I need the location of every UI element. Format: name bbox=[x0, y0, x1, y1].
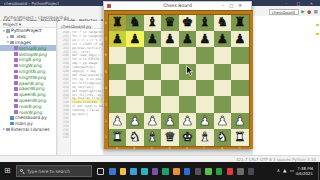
search-input[interactable]: Type here to search bbox=[16, 165, 92, 177]
whatsapp-icon[interactable] bbox=[205, 168, 212, 175]
file-label-f: f bbox=[204, 146, 205, 150]
square-g3[interactable] bbox=[214, 96, 232, 112]
square-f8[interactable]: ♝ bbox=[196, 15, 214, 31]
powerpoint-icon[interactable] bbox=[173, 168, 180, 175]
square-g8[interactable]: ♞ bbox=[214, 15, 232, 31]
square-a3[interactable] bbox=[109, 96, 127, 112]
piece-black-b-f8[interactable]: ♝ bbox=[199, 16, 210, 29]
square-c4[interactable] bbox=[144, 80, 162, 96]
square-h8[interactable]: ♜ bbox=[231, 15, 249, 31]
piece-black-p-h7[interactable]: ♟ bbox=[234, 33, 245, 46]
piece-black-p-b7[interactable]: ♟ bbox=[129, 33, 140, 46]
settings-icon[interactable] bbox=[195, 168, 202, 175]
square-d3[interactable] bbox=[161, 96, 179, 112]
run-area: chessboard ▶ ⬤ ▦ bbox=[269, 8, 318, 16]
square-d6[interactable] bbox=[161, 47, 179, 63]
piece-white-r-h1[interactable]: ♜ bbox=[234, 131, 245, 144]
tree-item-label: kingB.png bbox=[19, 57, 41, 62]
square-e3[interactable] bbox=[179, 96, 197, 112]
piece-white-p-g2[interactable]: ♟ bbox=[217, 115, 228, 128]
taskbar: ⊞ Type here to search ∧▲▭ 7:38 PM 4/6/20… bbox=[0, 162, 320, 180]
run-config-select[interactable]: chessboard bbox=[269, 9, 299, 15]
square-e8[interactable]: ♚ bbox=[179, 15, 197, 31]
piece-white-p-a2[interactable]: ♟ bbox=[112, 115, 123, 128]
run-button[interactable]: ▶ bbox=[301, 9, 304, 15]
square-a2[interactable]: ♟ bbox=[109, 113, 127, 129]
square-g2[interactable]: ♟ bbox=[214, 113, 232, 129]
rank-label-7: 7 bbox=[105, 37, 107, 41]
square-f1[interactable]: ♝ bbox=[196, 129, 214, 145]
square-b5[interactable] bbox=[126, 64, 144, 80]
image-icon bbox=[14, 93, 18, 97]
square-e2[interactable]: ♟ bbox=[179, 113, 197, 129]
square-a8[interactable]: ♜ bbox=[109, 15, 127, 31]
tree-item-label: PythonProject bbox=[11, 28, 41, 33]
rank-label-6: 6 bbox=[105, 53, 107, 57]
tray-icon-2[interactable]: ▭ bbox=[290, 167, 294, 175]
tree-item-label: bishopW.png bbox=[19, 52, 47, 57]
ide-status-bar: 421:7 CRLF UTF-8 4 spaces Python 3.10 bbox=[0, 155, 320, 162]
square-h5[interactable] bbox=[231, 64, 249, 80]
debug-button[interactable]: ⬤ bbox=[307, 9, 311, 15]
square-a5[interactable] bbox=[109, 64, 127, 80]
chess-window-controls[interactable]: –□✕ bbox=[222, 3, 247, 8]
square-d4[interactable] bbox=[161, 80, 179, 96]
editor-pane-right[interactable] bbox=[253, 16, 320, 155]
square-h1[interactable]: ♜ bbox=[231, 129, 249, 145]
rank-label-5: 5 bbox=[105, 70, 107, 74]
tree-item-external-libraries[interactable]: ▸External Libraries bbox=[0, 127, 56, 133]
piece-white-p-f2[interactable]: ♟ bbox=[199, 115, 210, 128]
square-e1[interactable]: ♚ bbox=[179, 129, 197, 145]
breadcrumb[interactable]: PythonProject › chessboard.py bbox=[4, 15, 69, 20]
tree-item-label: main.py bbox=[15, 121, 33, 126]
terminal-icon[interactable] bbox=[237, 168, 244, 175]
image-icon bbox=[14, 87, 18, 91]
taskbar-clock[interactable]: 7:38 PM 4/6/2021 bbox=[296, 166, 313, 176]
rank-label-8: 8 bbox=[105, 21, 107, 25]
piece-black-p-e7[interactable]: ♟ bbox=[182, 33, 193, 46]
square-a1[interactable]: ♜ bbox=[109, 129, 127, 145]
ide-window-controls[interactable]: – □ ✕ bbox=[285, 1, 317, 6]
square-c6[interactable] bbox=[144, 47, 162, 63]
file-label-c: c bbox=[151, 146, 153, 150]
folder-icon bbox=[6, 29, 10, 33]
more-tools-button[interactable]: ▦ bbox=[314, 9, 318, 15]
square-h3[interactable] bbox=[231, 96, 249, 112]
vscode-icon[interactable] bbox=[248, 168, 255, 175]
piece-black-n-b8[interactable]: ♞ bbox=[129, 16, 140, 29]
square-c1[interactable]: ♝ bbox=[144, 129, 162, 145]
tree-item-label: knightB.png bbox=[19, 69, 46, 74]
square-d1[interactable]: ♛ bbox=[161, 129, 179, 145]
square-g7[interactable]: ♟ bbox=[214, 31, 232, 47]
square-b2[interactable]: ♟ bbox=[126, 113, 144, 129]
square-f6[interactable] bbox=[196, 47, 214, 63]
tree-item-label: images bbox=[15, 40, 31, 45]
tree-item-label: rookB.png bbox=[19, 104, 41, 109]
mail-icon[interactable] bbox=[141, 168, 148, 175]
tree-item-label: External Libraries bbox=[11, 127, 50, 132]
folder-icon bbox=[6, 128, 10, 132]
warning-stripe-mark[interactable] bbox=[316, 24, 319, 26]
tree-item-label: knightW.png bbox=[19, 75, 46, 80]
desktop: chessboard – PythonProject – □ ✕ FileEdi… bbox=[0, 0, 320, 180]
image-icon bbox=[14, 58, 18, 62]
piece-white-b-c1[interactable]: ♝ bbox=[147, 131, 158, 144]
square-h6[interactable] bbox=[231, 47, 249, 63]
mouse-cursor bbox=[186, 61, 194, 80]
start-button[interactable]: ⊞ bbox=[4, 167, 12, 175]
piece-white-n-b1[interactable]: ♞ bbox=[129, 131, 140, 144]
piece-white-r-a1[interactable]: ♜ bbox=[112, 131, 123, 144]
close-button[interactable]: ✕ bbox=[238, 3, 247, 8]
maximize-button[interactable]: □ bbox=[229, 3, 238, 8]
square-b4[interactable] bbox=[126, 80, 144, 96]
project-panel-header[interactable]: Project ▾ bbox=[0, 21, 56, 28]
piece-white-b-f1[interactable]: ♝ bbox=[199, 131, 210, 144]
piece-black-r-h8[interactable]: ♜ bbox=[234, 16, 245, 29]
file-label-h: h bbox=[239, 146, 241, 150]
chess-board: ♜♞♝♛♚♝♞♜♟♟♟♟♟♟♟♟♟♟♟♟♟♟♟♟♜♞♝♛♚♝♞♜ bbox=[109, 15, 249, 146]
file-label-e: e bbox=[186, 146, 188, 150]
square-g6[interactable] bbox=[214, 47, 232, 63]
square-e7[interactable]: ♟ bbox=[179, 31, 197, 47]
square-h2[interactable]: ♟ bbox=[231, 113, 249, 129]
editor-tab[interactable]: chessboard.py bbox=[58, 22, 103, 29]
square-c8[interactable]: ♝ bbox=[144, 15, 162, 31]
tree-item-label: queenW.png bbox=[19, 98, 46, 103]
square-h4[interactable] bbox=[231, 80, 249, 96]
word-icon[interactable] bbox=[184, 168, 191, 175]
square-c3[interactable] bbox=[144, 96, 162, 112]
image-icon bbox=[14, 104, 18, 108]
warning-stripe-mark[interactable] bbox=[316, 33, 319, 35]
tree-item-label: queenB.png bbox=[19, 92, 46, 97]
square-f2[interactable]: ♟ bbox=[196, 113, 214, 129]
image-icon bbox=[14, 52, 18, 56]
rank-label-4: 4 bbox=[105, 86, 107, 90]
square-d2[interactable]: ♟ bbox=[161, 113, 179, 129]
clock-time: 7:38 PM bbox=[296, 166, 313, 171]
piece-white-p-h2[interactable]: ♟ bbox=[234, 115, 245, 128]
search-icon bbox=[20, 169, 25, 174]
piece-black-p-d7[interactable]: ♟ bbox=[164, 33, 175, 46]
piece-white-p-e2[interactable]: ♟ bbox=[182, 115, 193, 128]
clock-date: 4/6/2021 bbox=[296, 171, 313, 176]
square-c7[interactable]: ♟ bbox=[144, 31, 162, 47]
square-f3[interactable] bbox=[196, 96, 214, 112]
rank-label-1: 1 bbox=[105, 135, 107, 139]
square-b7[interactable]: ♟ bbox=[126, 31, 144, 47]
square-d5[interactable] bbox=[161, 64, 179, 80]
file-label-a: a bbox=[116, 146, 118, 150]
android-studio-icon[interactable] bbox=[216, 168, 223, 175]
image-icon bbox=[14, 75, 18, 79]
piece-black-p-c7[interactable]: ♟ bbox=[147, 33, 158, 46]
square-a6[interactable] bbox=[109, 47, 127, 63]
chess-titlebar[interactable]: Chess Board –□✕ bbox=[104, 2, 251, 10]
square-b6[interactable] bbox=[126, 47, 144, 63]
image-icon bbox=[14, 99, 18, 103]
image-icon bbox=[14, 64, 18, 68]
piece-black-p-a7[interactable]: ♟ bbox=[112, 33, 123, 46]
editor-gutter: 2102112122132142152162172182192202212222… bbox=[58, 31, 71, 155]
square-d7[interactable]: ♟ bbox=[161, 31, 179, 47]
piece-black-q-d8[interactable]: ♛ bbox=[164, 16, 175, 29]
square-c2[interactable]: ♟ bbox=[144, 113, 162, 129]
code-line: pg.quit() bbox=[72, 113, 103, 117]
square-e4[interactable] bbox=[179, 80, 197, 96]
chess-window: Chess Board –□✕ ♜♞♝♛♚♝♞♜♟♟♟♟♟♟♟♟♟♟♟♟♟♟♟♟… bbox=[103, 1, 252, 148]
rank-label-3: 3 bbox=[105, 103, 107, 107]
piece-black-r-a8[interactable]: ♜ bbox=[112, 16, 123, 29]
square-c5[interactable] bbox=[144, 64, 162, 80]
tree-item-label: rookW.png bbox=[19, 110, 42, 115]
square-g4[interactable] bbox=[214, 80, 232, 96]
file-label-d: d bbox=[169, 146, 171, 150]
search-placeholder: Type here to search bbox=[27, 169, 70, 174]
rank-label-2: 2 bbox=[105, 119, 107, 123]
tree-item-label: bishopB.png bbox=[19, 46, 46, 51]
square-f7[interactable]: ♟ bbox=[196, 31, 214, 47]
piece-black-p-g7[interactable]: ♟ bbox=[217, 33, 228, 46]
folder-icon bbox=[10, 41, 14, 45]
tray-icon-1[interactable]: ▲ bbox=[283, 167, 287, 175]
square-d8[interactable]: ♛ bbox=[161, 15, 179, 31]
square-b3[interactable] bbox=[126, 96, 144, 112]
photos-icon[interactable] bbox=[152, 168, 159, 175]
square-g5[interactable] bbox=[214, 64, 232, 80]
piece-white-n-g1[interactable]: ♞ bbox=[217, 131, 228, 144]
piece-black-b-c8[interactable]: ♝ bbox=[147, 16, 158, 29]
square-b8[interactable]: ♞ bbox=[126, 15, 144, 31]
square-h7[interactable]: ♟ bbox=[231, 31, 249, 47]
piece-white-p-c2[interactable]: ♟ bbox=[147, 115, 158, 128]
square-f5[interactable] bbox=[196, 64, 214, 80]
py-icon bbox=[10, 116, 14, 120]
piece-black-k-e8[interactable]: ♚ bbox=[182, 16, 193, 29]
ide-title: chessboard – PythonProject bbox=[4, 1, 59, 6]
tree-item-label: pawnB.png bbox=[19, 81, 44, 86]
project-tree: ▾PythonProject▸.idea▾imagesbishopB.pngbi… bbox=[0, 28, 56, 132]
piece-black-n-g8[interactable]: ♞ bbox=[217, 16, 228, 29]
tray-icon-0[interactable]: ∧ bbox=[277, 167, 280, 175]
image-icon bbox=[14, 46, 18, 50]
square-a7[interactable]: ♟ bbox=[109, 31, 127, 47]
piece-white-q-d1[interactable]: ♛ bbox=[164, 131, 175, 144]
task-view-icon[interactable] bbox=[97, 168, 104, 175]
piece-black-p-f7[interactable]: ♟ bbox=[199, 33, 210, 46]
store-icon[interactable] bbox=[130, 168, 137, 175]
tree-item-label: .idea bbox=[15, 34, 26, 39]
line-number: 237 bbox=[58, 136, 70, 140]
image-icon bbox=[14, 110, 18, 114]
folder-icon bbox=[10, 35, 14, 39]
system-tray[interactable]: ∧▲▭ bbox=[277, 167, 294, 175]
py-icon bbox=[10, 122, 14, 126]
piece-white-p-b2[interactable]: ♟ bbox=[129, 115, 140, 128]
taskbar-app-icons bbox=[109, 166, 254, 177]
excel-icon[interactable] bbox=[162, 168, 169, 175]
square-a4[interactable] bbox=[109, 80, 127, 96]
edge-icon[interactable] bbox=[109, 168, 116, 175]
image-icon bbox=[14, 70, 18, 74]
piece-white-k-e1[interactable]: ♚ bbox=[182, 131, 193, 144]
tree-item-label: chessboard.py bbox=[15, 115, 47, 120]
image-icon bbox=[14, 81, 18, 85]
file-label-b: b bbox=[134, 146, 136, 150]
file-label-g: g bbox=[221, 146, 223, 150]
pycharm-icon[interactable] bbox=[227, 168, 234, 175]
tree-item-label: pawnW.png bbox=[19, 86, 44, 91]
square-g1[interactable]: ♞ bbox=[214, 129, 232, 145]
project-panel: Project ▾ ▾PythonProject▸.idea▾imagesbis… bbox=[0, 21, 57, 155]
square-f4[interactable] bbox=[196, 80, 214, 96]
file-explorer-icon[interactable] bbox=[120, 168, 127, 175]
board-frame: ♜♞♝♛♚♝♞♜♟♟♟♟♟♟♟♟♟♟♟♟♟♟♟♟♜♞♝♛♚♝♞♜ abcdefg… bbox=[104, 10, 253, 149]
editor-code: for r in range(8): for c in range(8): sq… bbox=[72, 31, 103, 155]
square-b1[interactable]: ♞ bbox=[126, 129, 144, 145]
editor-pane[interactable]: 2102112122132142152162172182192202212222… bbox=[58, 21, 103, 155]
tree-item-label: kingW.png bbox=[19, 63, 42, 68]
piece-white-p-d2[interactable]: ♟ bbox=[164, 115, 175, 128]
